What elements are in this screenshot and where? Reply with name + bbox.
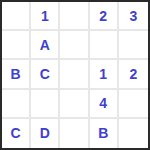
cell-r5c5[interactable] bbox=[119, 119, 148, 148]
cell-r5c4[interactable]: B bbox=[90, 119, 119, 148]
cell-r4c5[interactable] bbox=[119, 90, 148, 119]
cell-r5c2[interactable]: D bbox=[31, 119, 60, 148]
cell-r2c4[interactable] bbox=[90, 31, 119, 60]
cell-r1c5[interactable]: 3 bbox=[119, 2, 148, 31]
puzzle-board: 123ABC124CDB bbox=[0, 0, 150, 150]
cell-r3c5[interactable]: 2 bbox=[119, 60, 148, 89]
cell-r3c1[interactable]: B bbox=[2, 60, 31, 89]
cell-r4c1[interactable] bbox=[2, 90, 31, 119]
cell-r1c3[interactable] bbox=[60, 2, 89, 31]
cell-r3c4[interactable]: 1 bbox=[90, 60, 119, 89]
cell-r1c4[interactable]: 2 bbox=[90, 2, 119, 31]
cell-r4c3[interactable] bbox=[60, 90, 89, 119]
cell-r5c3[interactable] bbox=[60, 119, 89, 148]
cell-r4c2[interactable] bbox=[31, 90, 60, 119]
cell-r5c1[interactable]: C bbox=[2, 119, 31, 148]
cell-r2c1[interactable] bbox=[2, 31, 31, 60]
cell-r2c2[interactable]: A bbox=[31, 31, 60, 60]
cell-r1c2[interactable]: 1 bbox=[31, 2, 60, 31]
cell-r2c5[interactable] bbox=[119, 31, 148, 60]
cell-r2c3[interactable] bbox=[60, 31, 89, 60]
cell-r3c3[interactable] bbox=[60, 60, 89, 89]
cell-r3c2[interactable]: C bbox=[31, 60, 60, 89]
cell-r1c1[interactable] bbox=[2, 2, 31, 31]
cell-r4c4[interactable]: 4 bbox=[90, 90, 119, 119]
